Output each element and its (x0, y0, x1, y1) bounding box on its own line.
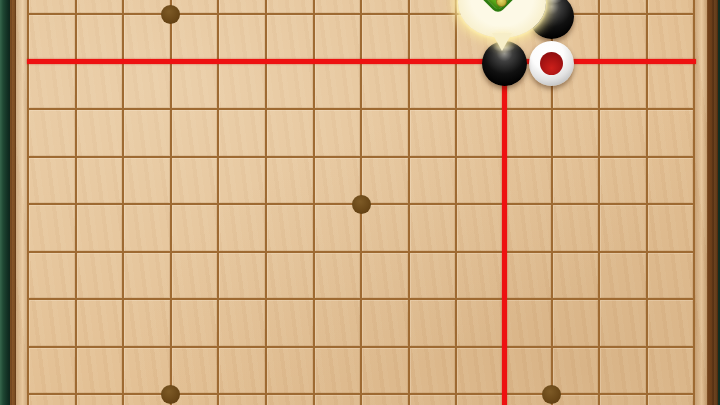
board-cell[interactable] (77, 0, 125, 15)
board-cell[interactable] (362, 63, 410, 111)
board-cell[interactable] (77, 205, 125, 253)
board-cell[interactable] (600, 158, 648, 206)
board-cell[interactable] (362, 0, 410, 15)
board-cell[interactable] (410, 63, 458, 111)
board-cell[interactable] (219, 110, 267, 158)
board-cell[interactable] (219, 63, 267, 111)
board-cell[interactable] (648, 0, 696, 15)
board-cell[interactable] (410, 395, 458, 405)
board-cell[interactable] (505, 158, 553, 206)
board-cell[interactable] (505, 205, 553, 253)
board-cell[interactable] (315, 15, 363, 63)
board-cell[interactable] (172, 158, 220, 206)
board-cell[interactable] (124, 110, 172, 158)
board-cell[interactable] (457, 253, 505, 301)
board-cell[interactable] (172, 15, 220, 63)
board-cell[interactable] (219, 205, 267, 253)
board-cell[interactable] (457, 300, 505, 348)
board-cell[interactable] (267, 205, 315, 253)
board-cell[interactable] (77, 63, 125, 111)
board-cell[interactable] (29, 205, 77, 253)
board-cell[interactable] (410, 158, 458, 206)
board-cell[interactable] (29, 348, 77, 396)
board-cell[interactable] (600, 0, 648, 15)
board-cell[interactable] (362, 395, 410, 405)
board-cell[interactable] (553, 205, 601, 253)
board-cell[interactable] (219, 300, 267, 348)
board-cell[interactable] (124, 253, 172, 301)
board-cell[interactable] (29, 110, 77, 158)
board-cell[interactable] (457, 158, 505, 206)
board-cell[interactable] (648, 158, 696, 206)
board-cell[interactable] (362, 158, 410, 206)
board-cell[interactable] (362, 253, 410, 301)
board-cell[interactable] (124, 63, 172, 111)
board-cell[interactable] (410, 0, 458, 15)
board-cell[interactable] (29, 253, 77, 301)
board-cell[interactable] (315, 63, 363, 111)
board-cell[interactable] (457, 110, 505, 158)
board-cell[interactable] (172, 300, 220, 348)
board-cell[interactable] (362, 15, 410, 63)
board-cell[interactable] (267, 15, 315, 63)
board-cell[interactable] (600, 348, 648, 396)
star-point (161, 5, 180, 24)
board-cell[interactable] (219, 158, 267, 206)
last-move-marker (540, 52, 563, 75)
board-cell[interactable] (553, 300, 601, 348)
board-cell[interactable] (172, 348, 220, 396)
board-cell[interactable] (124, 205, 172, 253)
board-cell[interactable] (362, 110, 410, 158)
board-cell[interactable] (648, 110, 696, 158)
board-cell[interactable] (267, 348, 315, 396)
board-cell[interactable] (267, 110, 315, 158)
board-cell[interactable] (172, 253, 220, 301)
board-cell[interactable] (77, 395, 125, 405)
board-cell[interactable] (600, 63, 648, 111)
board-cell[interactable] (410, 348, 458, 396)
board-cell[interactable] (505, 110, 553, 158)
board-cell[interactable] (29, 395, 77, 405)
board-cell[interactable] (648, 63, 696, 111)
board-cell[interactable] (553, 158, 601, 206)
board-cell[interactable] (77, 300, 125, 348)
board-cell[interactable] (29, 158, 77, 206)
board-cell[interactable] (219, 348, 267, 396)
board-cell[interactable] (600, 110, 648, 158)
board-cell[interactable] (77, 158, 125, 206)
board-cell[interactable] (553, 110, 601, 158)
board-cell[interactable] (315, 253, 363, 301)
star-point (352, 195, 371, 214)
board-cell[interactable] (267, 158, 315, 206)
board-cell[interactable] (77, 110, 125, 158)
board-cell[interactable] (457, 395, 505, 405)
board-cell[interactable] (600, 300, 648, 348)
board-cell[interactable] (267, 253, 315, 301)
board-cell[interactable] (648, 205, 696, 253)
board-cell[interactable] (219, 253, 267, 301)
board-cell[interactable] (457, 348, 505, 396)
white-stone (529, 41, 574, 86)
board-cell[interactable] (267, 0, 315, 15)
board-cell[interactable] (362, 205, 410, 253)
board-cell[interactable] (600, 395, 648, 405)
board-cell[interactable] (77, 253, 125, 301)
board-cell[interactable] (410, 15, 458, 63)
board-cell[interactable] (410, 300, 458, 348)
board-cell[interactable] (648, 348, 696, 396)
board-cell[interactable] (410, 253, 458, 301)
board-cell[interactable] (315, 300, 363, 348)
board-cell[interactable] (648, 15, 696, 63)
board-cell[interactable] (315, 110, 363, 158)
board-cell[interactable] (172, 63, 220, 111)
board-cell[interactable] (172, 110, 220, 158)
board-cell[interactable] (600, 253, 648, 301)
board-cell[interactable] (648, 300, 696, 348)
board-cell[interactable] (600, 15, 648, 63)
board-cell[interactable] (77, 348, 125, 396)
board-cell[interactable] (553, 348, 601, 396)
board-cell[interactable] (315, 348, 363, 396)
star-point (161, 385, 180, 404)
board-cell[interactable] (648, 395, 696, 405)
board-cell[interactable] (505, 253, 553, 301)
board-cell[interactable] (267, 63, 315, 111)
board-cell[interactable] (172, 205, 220, 253)
board-cell[interactable] (410, 205, 458, 253)
board-cell[interactable] (29, 300, 77, 348)
board-cell[interactable] (553, 253, 601, 301)
board-cell[interactable] (29, 63, 77, 111)
board-cell[interactable] (219, 395, 267, 405)
star-point (542, 385, 561, 404)
board-cell[interactable] (648, 253, 696, 301)
board-cell[interactable] (457, 205, 505, 253)
board-cell[interactable] (600, 205, 648, 253)
board-cell[interactable] (219, 15, 267, 63)
board-cell[interactable] (315, 0, 363, 15)
board-cell[interactable] (267, 300, 315, 348)
board-cell[interactable] (505, 300, 553, 348)
board-cell[interactable] (362, 300, 410, 348)
board-cell[interactable] (77, 15, 125, 63)
board-cell[interactable] (410, 110, 458, 158)
board-cell[interactable] (29, 0, 77, 15)
board-cell[interactable] (124, 300, 172, 348)
board-cell[interactable] (267, 395, 315, 405)
board-cell[interactable] (315, 395, 363, 405)
game-screen (0, 0, 720, 405)
board-cell[interactable] (362, 348, 410, 396)
board-cell[interactable] (124, 158, 172, 206)
crosshair-horizontal-line (27, 59, 696, 64)
board-cell[interactable] (219, 0, 267, 15)
board-cell[interactable] (29, 15, 77, 63)
bubble-tail (492, 33, 512, 51)
